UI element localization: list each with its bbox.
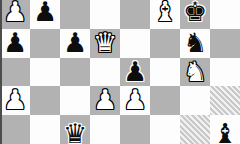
piece-black-bishop: ♝ (213, 120, 237, 144)
piece-black-pawn: ♟ (3, 29, 27, 58)
square-h6 (210, 29, 240, 58)
square-e3 (120, 115, 150, 144)
square-g6: ♞ (180, 29, 210, 58)
square-d4: ♟ (90, 86, 120, 115)
piece-black-pawn: ♟ (123, 58, 147, 87)
square-a6: ♟ (0, 29, 30, 58)
square-c4 (60, 86, 90, 115)
board-left-edge-line (0, 0, 2, 144)
square-e7 (120, 0, 150, 29)
square-d6: ♛ (90, 29, 120, 58)
piece-black-knight: ♞ (183, 29, 207, 58)
square-d7 (90, 0, 120, 29)
square-f3 (150, 115, 180, 144)
square-g3 (180, 115, 210, 144)
square-f4 (150, 86, 180, 115)
piece-white-pawn: ♟ (123, 86, 147, 115)
piece-black-pawn: ♟ (63, 29, 87, 58)
piece-white-queen: ♛ (93, 29, 117, 58)
square-a4: ♟ (0, 86, 30, 115)
square-b4 (30, 86, 60, 115)
chess-diagram: ♟♟♝♚♟♟♛♞♟♞♟♟♟♛♝ (0, 0, 240, 144)
square-a3 (0, 115, 30, 144)
square-g7: ♚ (180, 0, 210, 29)
piece-white-bishop: ♝ (153, 0, 177, 27)
piece-black-pawn: ♟ (33, 0, 57, 27)
piece-white-pawn: ♟ (3, 86, 27, 115)
square-b3 (30, 115, 60, 144)
square-d3 (90, 115, 120, 144)
piece-black-king: ♚ (183, 0, 207, 27)
square-c5 (60, 58, 90, 87)
square-d5 (90, 58, 120, 87)
square-c7 (60, 0, 90, 29)
square-c3: ♛ (60, 115, 90, 144)
square-f6 (150, 29, 180, 58)
chess-board: ♟♟♝♚♟♟♛♞♟♞♟♟♟♛♝ (0, 0, 240, 144)
square-b6 (30, 29, 60, 58)
square-f7: ♝ (150, 0, 180, 29)
square-a5 (0, 58, 30, 87)
piece-white-pawn: ♟ (93, 86, 117, 115)
square-h7 (210, 0, 240, 29)
square-b7: ♟ (30, 0, 60, 29)
square-g5: ♞ (180, 58, 210, 87)
square-h5 (210, 58, 240, 87)
square-f5 (150, 58, 180, 87)
square-e6 (120, 29, 150, 58)
square-h4 (210, 86, 240, 115)
square-a7: ♟ (0, 0, 30, 29)
square-e4: ♟ (120, 86, 150, 115)
piece-white-pawn: ♟ (3, 0, 27, 27)
square-b5 (30, 58, 60, 87)
square-g4 (180, 86, 210, 115)
square-h3: ♝ (210, 115, 240, 144)
square-c6: ♟ (60, 29, 90, 58)
square-e5: ♟ (120, 58, 150, 87)
piece-white-knight: ♞ (183, 58, 207, 87)
piece-black-queen: ♛ (63, 120, 87, 144)
